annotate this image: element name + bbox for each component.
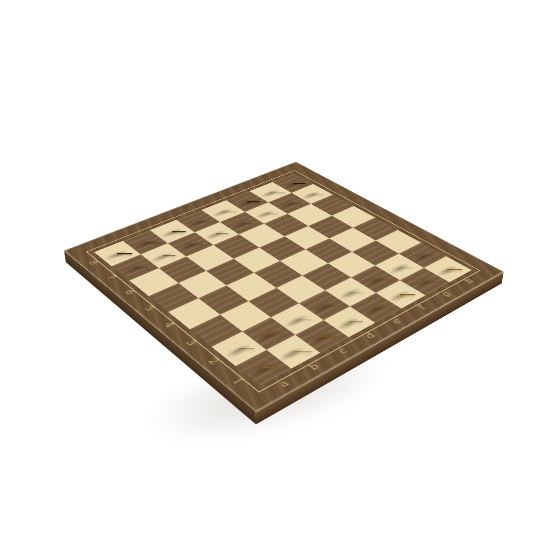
scene: abcdefgh 12345678 ♜♞♝♛♚♝♞♜♟♟♟♟♟♟♟♟♟♟♟♟♟♟… [0,0,533,533]
